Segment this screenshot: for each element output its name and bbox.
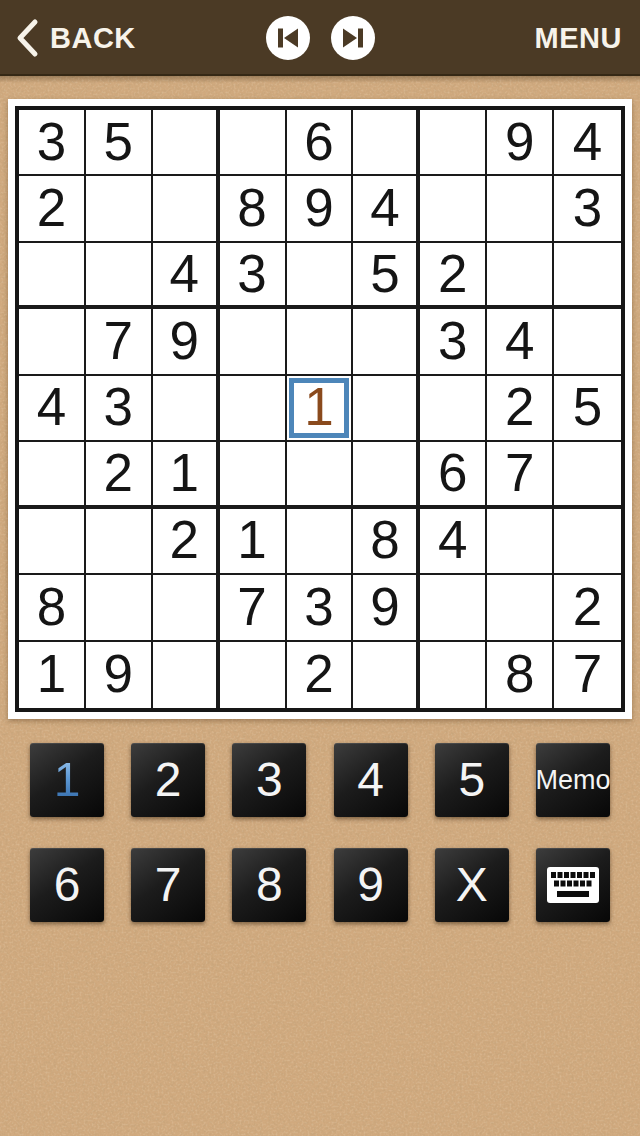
cell-digit: 4 [169,247,198,300]
cell-digit: 9 [370,580,399,633]
cell-digit: 8 [370,513,399,566]
cell-r2c1[interactable]: 2 [19,176,86,242]
cell-r3c9[interactable] [554,243,621,309]
cell-r3c8[interactable] [487,243,554,309]
cell-digit: 9 [169,314,198,367]
cell-r5c1[interactable]: 4 [19,376,86,442]
cell-r4c8[interactable]: 4 [487,309,554,375]
cell-r9c8[interactable]: 8 [487,642,554,708]
cell-digit: 3 [104,380,133,433]
cell-digit: 2 [304,647,333,700]
cell-r6c7[interactable]: 6 [420,442,487,508]
cell-r2c5[interactable]: 9 [287,176,354,242]
cell-r1c2[interactable]: 5 [86,110,153,176]
cell-r6c6[interactable] [353,442,420,508]
cell-r6c2[interactable]: 2 [86,442,153,508]
cell-r4c2[interactable]: 7 [86,309,153,375]
cell-digit: 2 [169,513,198,566]
cell-r1c8[interactable]: 9 [487,110,554,176]
cell-r9c7[interactable] [420,642,487,708]
cell-r3c6[interactable]: 5 [353,243,420,309]
key-7[interactable]: 7 [131,848,205,922]
cell-r9c3[interactable] [153,642,220,708]
cell-digit: 5 [104,115,133,168]
cell-r2c7[interactable] [420,176,487,242]
cell-digit: 8 [37,580,66,633]
cell-digit: 9 [304,181,333,234]
cell-r8c9[interactable]: 2 [554,575,621,641]
cell-digit: 1 [169,446,198,499]
cell-r7c4[interactable]: 1 [220,509,287,575]
cell-r8c2[interactable] [86,575,153,641]
cell-r4c6[interactable] [353,309,420,375]
cell-r9c5[interactable]: 2 [287,642,354,708]
cell-digit: 1 [237,513,266,566]
cell-r3c4[interactable]: 3 [220,243,287,309]
key-3-label: 3 [256,756,283,804]
cork-background: 3569428943435279344312521672184873921928… [0,76,640,1136]
cell-r7c2[interactable] [86,509,153,575]
cell-r6c3[interactable]: 1 [153,442,220,508]
cell-r2c6[interactable]: 4 [353,176,420,242]
cell-r7c1[interactable] [19,509,86,575]
cell-r5c6[interactable] [353,376,420,442]
skip-back-icon [266,16,310,60]
cell-digit: 4 [573,115,602,168]
key-8[interactable]: 8 [232,848,306,922]
key-1[interactable]: 1 [30,743,104,817]
cell-r9c4[interactable] [220,642,287,708]
key-9[interactable]: 9 [334,848,408,922]
key-1-label: 1 [54,756,81,804]
cell-digit: 5 [573,380,602,433]
cell-digit: 2 [438,247,467,300]
cell-r8c3[interactable] [153,575,220,641]
cell-digit: 3 [438,314,467,367]
cell-digit: 3 [37,115,66,168]
cell-r5c8[interactable]: 2 [487,376,554,442]
cell-digit: 4 [505,314,534,367]
key-8-label: 8 [256,861,283,909]
cell-r5c3[interactable] [153,376,220,442]
skip-back-button[interactable] [266,16,310,60]
cell-r9c2[interactable]: 9 [86,642,153,708]
cell-r6c5[interactable] [287,442,354,508]
keypad-row-2: 6 7 8 9 X [0,848,640,922]
cell-digit: 6 [438,446,467,499]
cell-r1c5[interactable]: 6 [287,110,354,176]
cell-r1c7[interactable] [420,110,487,176]
key-2-label: 2 [155,756,182,804]
cell-r5c5[interactable]: 1 [287,376,354,442]
cell-r8c1[interactable]: 8 [19,575,86,641]
cell-digit: 2 [505,380,534,433]
cell-digit: 8 [505,647,534,700]
cell-r8c5[interactable]: 3 [287,575,354,641]
cell-r4c3[interactable]: 9 [153,309,220,375]
key-6[interactable]: 6 [30,848,104,922]
cell-digit: 7 [237,580,266,633]
cell-r7c7[interactable]: 4 [420,509,487,575]
cell-digit: 1 [304,380,333,433]
cell-digit: 4 [370,181,399,234]
cell-r7c6[interactable]: 8 [353,509,420,575]
cell-digit: 6 [304,115,333,168]
cell-r5c2[interactable]: 3 [86,376,153,442]
cell-digit: 3 [573,181,602,234]
cell-r4c4[interactable] [220,309,287,375]
cell-r3c1[interactable] [19,243,86,309]
header-drop-shadow [0,76,640,83]
cell-r1c9[interactable]: 4 [554,110,621,176]
cell-r8c4[interactable]: 7 [220,575,287,641]
cell-r2c3[interactable] [153,176,220,242]
skip-forward-icon [331,16,375,60]
key-erase[interactable]: X [435,848,509,922]
key-4-label: 4 [357,756,384,804]
cell-digit: 4 [37,380,66,433]
key-memo[interactable]: Memo [536,743,610,817]
cell-r1c3[interactable] [153,110,220,176]
menu-label: MENU [535,24,622,53]
cell-digit: 2 [37,181,66,234]
cell-r8c8[interactable] [487,575,554,641]
key-9-label: 9 [357,861,384,909]
skip-forward-button[interactable] [331,16,375,60]
key-5-label: 5 [458,756,485,804]
cell-r9c1[interactable]: 1 [19,642,86,708]
cell-r2c8[interactable] [487,176,554,242]
key-4[interactable]: 4 [334,743,408,817]
cell-digit: 9 [505,115,534,168]
cell-digit: 8 [237,181,266,234]
cell-r4c1[interactable] [19,309,86,375]
key-6-label: 6 [54,861,81,909]
cell-r9c9[interactable]: 7 [554,642,621,708]
key-5[interactable]: 5 [435,743,509,817]
cell-r3c2[interactable] [86,243,153,309]
cell-r6c8[interactable]: 7 [487,442,554,508]
cell-r2c9[interactable]: 3 [554,176,621,242]
cell-digit: 4 [438,513,467,566]
cell-r7c5[interactable] [287,509,354,575]
cell-digit: 3 [237,247,266,300]
key-keyboard[interactable] [536,848,610,922]
cell-r5c4[interactable] [220,376,287,442]
cell-r6c1[interactable] [19,442,86,508]
key-7-label: 7 [155,861,182,909]
cell-r7c3[interactable]: 2 [153,509,220,575]
cell-r7c8[interactable] [487,509,554,575]
cell-digit: 2 [104,446,133,499]
sudoku-panel: 3569428943435279344312521672184873921928… [8,99,632,719]
cell-r3c5[interactable] [287,243,354,309]
cell-r4c7[interactable]: 3 [420,309,487,375]
cell-r5c7[interactable] [420,376,487,442]
cell-digit: 1 [37,647,66,700]
cell-digit: 5 [370,247,399,300]
cell-r8c7[interactable] [420,575,487,641]
cell-r4c9[interactable] [554,309,621,375]
cell-r1c1[interactable]: 3 [19,110,86,176]
cell-r3c3[interactable]: 4 [153,243,220,309]
cell-digit: 7 [104,314,133,367]
header: BACK MENU [0,0,640,76]
cell-digit: 9 [104,647,133,700]
menu-button[interactable]: MENU [535,0,622,76]
cell-r4c5[interactable] [287,309,354,375]
sudoku-board: 3569428943435279344312521672184873921928… [15,106,625,712]
key-erase-label: X [456,861,488,909]
cell-r2c2[interactable] [86,176,153,242]
key-2[interactable]: 2 [131,743,205,817]
cell-r9c6[interactable] [353,642,420,708]
cell-r6c9[interactable] [554,442,621,508]
key-3[interactable]: 3 [232,743,306,817]
cell-digit: 2 [573,580,602,633]
cell-digit: 7 [505,446,534,499]
cell-r7c9[interactable] [554,509,621,575]
cell-r1c6[interactable] [353,110,420,176]
cell-r3c7[interactable]: 2 [420,243,487,309]
cell-r8c6[interactable]: 9 [353,575,420,641]
app-screen: BACK MENU [0,0,640,1136]
cell-digit: 3 [304,580,333,633]
cell-digit: 7 [573,647,602,700]
cell-r5c9[interactable]: 5 [554,376,621,442]
cell-r1c4[interactable] [220,110,287,176]
cell-r2c4[interactable]: 8 [220,176,287,242]
keyboard-icon [547,867,599,903]
key-memo-label: Memo [535,767,610,794]
cell-r6c4[interactable] [220,442,287,508]
keypad-row-1: 1 2 3 4 5 Memo [0,743,640,817]
